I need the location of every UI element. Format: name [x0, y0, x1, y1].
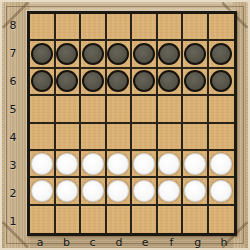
board-cell-a6[interactable] — [30, 69, 56, 96]
rank-label-7: 7 — [4, 39, 22, 67]
board-cell-c2[interactable] — [81, 178, 107, 205]
board-cell-a4[interactable] — [30, 124, 56, 151]
board-cell-e8[interactable] — [132, 14, 158, 41]
black-piece[interactable] — [210, 70, 232, 92]
board-cell-a7[interactable] — [30, 41, 56, 68]
board-cell-b3[interactable] — [56, 151, 82, 178]
black-piece[interactable] — [107, 43, 129, 65]
file-label-c: c — [80, 235, 106, 249]
board-cell-f3[interactable] — [158, 151, 184, 178]
board-cell-h1[interactable] — [209, 206, 235, 233]
board-cell-f7[interactable] — [158, 41, 184, 68]
black-piece[interactable] — [158, 43, 180, 65]
black-piece[interactable] — [31, 43, 53, 65]
white-piece[interactable] — [158, 153, 180, 175]
board-cell-d1[interactable] — [107, 206, 133, 233]
file-label-a: a — [27, 235, 53, 249]
board-cell-b6[interactable] — [56, 69, 82, 96]
white-piece[interactable] — [56, 153, 78, 175]
black-piece[interactable] — [31, 70, 53, 92]
board-cell-a2[interactable] — [30, 178, 56, 205]
board-cell-f4[interactable] — [158, 124, 184, 151]
black-piece[interactable] — [82, 43, 104, 65]
file-labels: abcdefgh — [27, 235, 237, 249]
black-piece[interactable] — [133, 70, 155, 92]
board-cell-f5[interactable] — [158, 96, 184, 123]
board-cell-h7[interactable] — [209, 41, 235, 68]
white-piece[interactable] — [184, 153, 206, 175]
board-cell-f6[interactable] — [158, 69, 184, 96]
board-cell-b5[interactable] — [56, 96, 82, 123]
board-cell-e4[interactable] — [132, 124, 158, 151]
white-piece[interactable] — [210, 180, 232, 202]
board-cell-h6[interactable] — [209, 69, 235, 96]
board-cell-e5[interactable] — [132, 96, 158, 123]
rank-label-3: 3 — [4, 152, 22, 180]
board-cell-b1[interactable] — [56, 206, 82, 233]
board-cell-e7[interactable] — [132, 41, 158, 68]
black-piece[interactable] — [133, 43, 155, 65]
board-cell-g8[interactable] — [183, 14, 209, 41]
board-cell-b4[interactable] — [56, 124, 82, 151]
file-label-e: e — [132, 235, 158, 249]
board-cell-e2[interactable] — [132, 178, 158, 205]
white-piece[interactable] — [56, 180, 78, 202]
board-cell-c3[interactable] — [81, 151, 107, 178]
white-piece[interactable] — [133, 180, 155, 202]
white-piece[interactable] — [31, 153, 53, 175]
rank-label-1: 1 — [4, 208, 22, 236]
board-cell-c7[interactable] — [81, 41, 107, 68]
file-label-g: g — [185, 235, 211, 249]
board-cell-c8[interactable] — [81, 14, 107, 41]
white-piece[interactable] — [107, 180, 129, 202]
black-piece[interactable] — [56, 43, 78, 65]
board-cell-d5[interactable] — [107, 96, 133, 123]
white-piece[interactable] — [210, 153, 232, 175]
board-cell-a8[interactable] — [30, 14, 56, 41]
board-cell-h5[interactable] — [209, 96, 235, 123]
file-label-b: b — [53, 235, 79, 249]
board-cell-e1[interactable] — [132, 206, 158, 233]
board-cell-g7[interactable] — [183, 41, 209, 68]
board-cell-b7[interactable] — [56, 41, 82, 68]
white-piece[interactable] — [184, 180, 206, 202]
board-cell-d8[interactable] — [107, 14, 133, 41]
black-piece[interactable] — [210, 43, 232, 65]
board-cell-c6[interactable] — [81, 69, 107, 96]
board-cell-h8[interactable] — [209, 14, 235, 41]
rank-label-4: 4 — [4, 124, 22, 152]
game-board — [27, 11, 237, 236]
board-cell-f2[interactable] — [158, 178, 184, 205]
board-cell-f8[interactable] — [158, 14, 184, 41]
board-cell-c4[interactable] — [81, 124, 107, 151]
board-cell-b2[interactable] — [56, 178, 82, 205]
board-cell-d6[interactable] — [107, 69, 133, 96]
board-cell-h3[interactable] — [209, 151, 235, 178]
white-piece[interactable] — [82, 180, 104, 202]
rank-label-6: 6 — [4, 67, 22, 95]
board-cell-a3[interactable] — [30, 151, 56, 178]
file-label-f: f — [158, 235, 184, 249]
board-cell-g4[interactable] — [183, 124, 209, 151]
black-piece[interactable] — [56, 70, 78, 92]
black-piece[interactable] — [184, 70, 206, 92]
black-piece[interactable] — [82, 70, 104, 92]
board-cell-c5[interactable] — [81, 96, 107, 123]
rank-labels: 87654321 — [4, 11, 22, 236]
board-cell-d7[interactable] — [107, 41, 133, 68]
rank-label-2: 2 — [4, 180, 22, 208]
board-cell-g2[interactable] — [183, 178, 209, 205]
board-cell-a5[interactable] — [30, 96, 56, 123]
board-cell-c1[interactable] — [81, 206, 107, 233]
black-piece[interactable] — [107, 70, 129, 92]
rank-label-8: 8 — [4, 11, 22, 39]
board-cell-g1[interactable] — [183, 206, 209, 233]
board-cell-b8[interactable] — [56, 14, 82, 41]
board-cell-g5[interactable] — [183, 96, 209, 123]
rank-label-5: 5 — [4, 95, 22, 123]
white-piece[interactable] — [133, 153, 155, 175]
white-piece[interactable] — [82, 153, 104, 175]
board-cell-f1[interactable] — [158, 206, 184, 233]
board-cell-e3[interactable] — [132, 151, 158, 178]
white-piece[interactable] — [31, 180, 53, 202]
board-cell-e6[interactable] — [132, 69, 158, 96]
board-cell-g3[interactable] — [183, 151, 209, 178]
board-cell-d3[interactable] — [107, 151, 133, 178]
board-cell-a1[interactable] — [30, 206, 56, 233]
board-cell-h4[interactable] — [209, 124, 235, 151]
file-label-h: h — [211, 235, 237, 249]
board-cell-h2[interactable] — [209, 178, 235, 205]
turkish-draughts-screenshot: 87654321 abcdefgh — [0, 0, 250, 250]
black-piece[interactable] — [184, 43, 206, 65]
board-cell-d4[interactable] — [107, 124, 133, 151]
file-label-d: d — [106, 235, 132, 249]
white-piece[interactable] — [107, 153, 129, 175]
board-cell-g6[interactable] — [183, 69, 209, 96]
board-cell-d2[interactable] — [107, 178, 133, 205]
black-piece[interactable] — [158, 70, 180, 92]
white-piece[interactable] — [158, 180, 180, 202]
